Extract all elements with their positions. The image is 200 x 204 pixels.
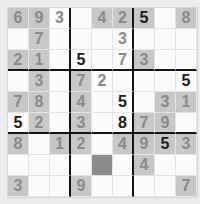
cell-r5c9[interactable]: 1 (176, 92, 197, 113)
cell-r3c6[interactable]: 7 (113, 50, 134, 71)
cell-r2c2[interactable]: 7 (29, 29, 50, 50)
cell-r8c3[interactable] (50, 155, 71, 176)
cell-r2c4[interactable] (71, 29, 92, 50)
cell-r2c6[interactable]: 3 (113, 29, 134, 50)
cell-r2c7[interactable] (134, 29, 155, 50)
cell-r7c7[interactable]: 9 (134, 134, 155, 155)
cell-r7c2[interactable] (29, 134, 50, 155)
cell-r9c8[interactable] (155, 176, 176, 197)
cell-r7c4[interactable]: 2 (71, 134, 92, 155)
cell-r2c1[interactable] (8, 29, 29, 50)
cell-r3c9[interactable] (176, 50, 197, 71)
cell-r3c2[interactable]: 1 (29, 50, 50, 71)
cell-r3c4[interactable]: 5 (71, 50, 92, 71)
cell-r5c2[interactable]: 8 (29, 92, 50, 113)
cell-r9c6[interactable] (113, 176, 134, 197)
cell-r9c7[interactable] (134, 176, 155, 197)
cell-r4c7[interactable] (134, 71, 155, 92)
cell-r8c2[interactable] (29, 155, 50, 176)
cell-r3c7[interactable]: 3 (134, 50, 155, 71)
cell-r1c9[interactable]: 8 (176, 8, 197, 29)
cell-r6c6[interactable]: 8 (113, 113, 134, 134)
cell-r1c3[interactable]: 3 (50, 8, 71, 29)
cell-r1c4[interactable] (71, 8, 92, 29)
cell-r2c8[interactable] (155, 29, 176, 50)
cell-r3c3[interactable] (50, 50, 71, 71)
cell-r6c1[interactable]: 5 (8, 113, 29, 134)
cell-r7c5[interactable] (92, 134, 113, 155)
cell-r2c3[interactable] (50, 29, 71, 50)
cell-r8c5[interactable] (92, 155, 113, 176)
cell-r1c8[interactable] (155, 8, 176, 29)
cell-r5c6[interactable]: 5 (113, 92, 134, 113)
cell-r5c8[interactable]: 3 (155, 92, 176, 113)
cell-r6c5[interactable] (92, 113, 113, 134)
cell-r1c1[interactable]: 6 (8, 8, 29, 29)
cell-r4c6[interactable] (113, 71, 134, 92)
cell-r1c5[interactable]: 4 (92, 8, 113, 29)
cell-r9c4[interactable]: 9 (71, 176, 92, 197)
cell-r9c3[interactable] (50, 176, 71, 197)
cell-r9c5[interactable] (92, 176, 113, 197)
cell-r9c9[interactable]: 7 (176, 176, 197, 197)
cell-r4c5[interactable]: 2 (92, 71, 113, 92)
cell-r2c9[interactable] (176, 29, 197, 50)
cell-r6c8[interactable]: 9 (155, 113, 176, 134)
cell-r9c2[interactable] (29, 176, 50, 197)
cell-r6c3[interactable] (50, 113, 71, 134)
cell-r9c1[interactable]: 3 (8, 176, 29, 197)
cell-r8c4[interactable] (71, 155, 92, 176)
cell-r5c1[interactable]: 7 (8, 92, 29, 113)
cell-r8c1[interactable] (8, 155, 29, 176)
cell-r3c5[interactable] (92, 50, 113, 71)
cell-r7c6[interactable]: 4 (113, 134, 134, 155)
cell-r1c2[interactable]: 9 (29, 8, 50, 29)
cell-r4c3[interactable] (50, 71, 71, 92)
cell-r7c3[interactable]: 1 (50, 134, 71, 155)
cell-r4c4[interactable]: 7 (71, 71, 92, 92)
cell-r8c6[interactable] (113, 155, 134, 176)
cell-r5c7[interactable] (134, 92, 155, 113)
cell-r7c8[interactable]: 5 (155, 134, 176, 155)
cell-r2c5[interactable] (92, 29, 113, 50)
cell-r5c3[interactable] (50, 92, 71, 113)
cell-r8c7[interactable]: 4 (134, 155, 155, 176)
cell-r3c1[interactable]: 2 (8, 50, 29, 71)
cell-r5c5[interactable] (92, 92, 113, 113)
cell-r8c8[interactable] (155, 155, 176, 176)
cell-r1c6[interactable]: 2 (113, 8, 134, 29)
cell-r5c4[interactable]: 4 (71, 92, 92, 113)
cell-r4c9[interactable]: 5 (176, 71, 197, 92)
sudoku-board[interactable]: 6934258732157337257845315238798124953439… (7, 7, 198, 198)
cell-r6c9[interactable] (176, 113, 197, 134)
cell-r6c2[interactable]: 2 (29, 113, 50, 134)
cell-r6c4[interactable]: 3 (71, 113, 92, 134)
cell-r1c7[interactable]: 5 (134, 8, 155, 29)
cell-r4c2[interactable]: 3 (29, 71, 50, 92)
cell-r4c8[interactable] (155, 71, 176, 92)
cell-r7c9[interactable]: 3 (176, 134, 197, 155)
cell-r6c7[interactable]: 7 (134, 113, 155, 134)
cell-r3c8[interactable] (155, 50, 176, 71)
cell-r8c9[interactable] (176, 155, 197, 176)
cell-r4c1[interactable] (8, 71, 29, 92)
cell-r7c1[interactable]: 8 (8, 134, 29, 155)
